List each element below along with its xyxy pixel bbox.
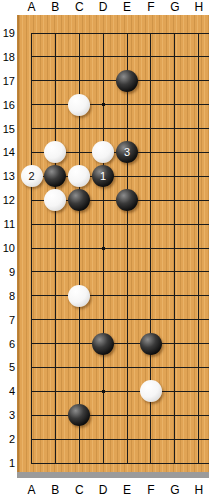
grid-hline-6 [32,343,210,344]
grid-vline-H [198,33,199,464]
star-point-d10 [102,247,105,250]
column-label-bottom-H: H [189,483,209,497]
row-label-8: 8 [0,289,15,303]
grid-hline-10 [32,248,210,249]
column-label-top-G: G [165,0,185,14]
star-point-d16 [102,103,105,106]
row-label-18: 18 [0,50,15,64]
grid-hline-4 [32,391,210,392]
grid-hline-16 [32,104,210,105]
column-label-bottom-C: C [69,483,89,497]
grid-hline-8 [32,295,210,296]
row-label-3: 3 [0,408,15,422]
column-label-top-D: D [93,0,113,14]
row-label-6: 6 [0,337,15,351]
board-shadow [17,472,209,478]
column-label-top-H: H [189,0,209,14]
column-label-top-F: F [141,0,161,14]
grid-hline-11 [32,224,210,225]
grid-hline-2 [32,439,210,440]
row-label-5: 5 [0,360,15,374]
row-label-11: 11 [0,217,15,231]
row-label-16: 16 [0,98,15,112]
grid-hline-7 [32,319,210,320]
stone-black-f6[interactable] [140,333,162,355]
grid-vline-A [31,33,32,464]
grid-hline-15 [32,128,210,129]
grid-vline-B [55,33,56,464]
grid-hline-5 [32,367,210,368]
column-label-top-A: A [22,0,42,14]
row-label-19: 19 [0,26,15,40]
go-board-surface[interactable] [17,15,209,472]
grid-vline-E [127,33,128,464]
column-label-bottom-E: E [117,483,137,497]
row-label-13: 13 [0,169,15,183]
row-label-14: 14 [0,145,15,159]
stone-black-d6[interactable] [92,333,114,355]
column-label-top-E: E [117,0,137,14]
column-label-bottom-D: D [93,483,113,497]
row-label-10: 10 [0,241,15,255]
stone-white-c8[interactable] [68,285,90,307]
column-label-bottom-B: B [45,483,65,497]
row-label-7: 7 [0,313,15,327]
row-label-17: 17 [0,74,15,88]
row-label-15: 15 [0,122,15,136]
column-label-top-C: C [69,0,89,14]
column-label-top-B: B [45,0,65,14]
row-label-9: 9 [0,265,15,279]
grid-hline-3 [32,415,210,416]
star-point-d4 [102,390,105,393]
go-diagram: AABBCCDDEEFFGGHH191817161514131211109876… [0,0,209,500]
grid-hline-9 [32,271,210,272]
stone-white-c16[interactable] [68,94,90,116]
grid-hline-19 [32,33,210,34]
grid-hline-1 [32,463,210,464]
column-label-bottom-F: F [141,483,161,497]
stone-black-e17[interactable] [116,70,138,92]
row-label-2: 2 [0,432,15,446]
row-label-12: 12 [0,193,15,207]
row-label-4: 4 [0,384,15,398]
row-label-1: 1 [0,456,15,470]
column-label-bottom-G: G [165,483,185,497]
grid-vline-G [174,33,175,464]
grid-hline-18 [32,56,210,57]
column-label-bottom-A: A [22,483,42,497]
stone-white-a13[interactable]: 2 [21,165,43,187]
